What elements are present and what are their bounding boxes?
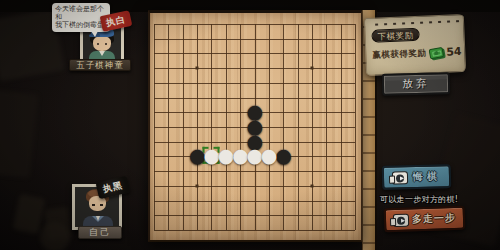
reward-label: 赢棋获得奖励 — [372, 47, 426, 61]
grid-line-vertical — [326, 24, 327, 230]
play-triangle-icon — [400, 219, 404, 223]
grid-line-horizontal — [154, 201, 355, 202]
star-point — [310, 184, 313, 187]
star-point — [196, 67, 199, 70]
grid-line-vertical — [341, 24, 342, 230]
give-up-button[interactable]: 放弃 — [382, 72, 450, 95]
gomoku-board[interactable]: ●●●●●●●●●● — [148, 10, 362, 242]
grid-line-horizontal — [154, 171, 355, 172]
reward-title-badge: 下棋奖励 — [371, 28, 420, 43]
play-triangle-icon — [399, 176, 403, 180]
tv-play-icon — [393, 213, 409, 227]
reward-note: 下棋奖励 赢棋获得奖励 54 — [364, 14, 466, 76]
grid-line-vertical — [312, 24, 313, 230]
avatar-face — [93, 36, 111, 51]
speech-line-2: 我下棋的倒霉蛋 — [55, 21, 107, 29]
white-stone: ● — [261, 148, 277, 164]
reward-amount: 54 — [446, 45, 462, 59]
speech-line-1: 今天谁会是那个和 — [55, 5, 107, 21]
torn-holes-decoration — [372, 19, 460, 27]
extra-step-button-label: 多走一步 — [412, 211, 456, 227]
grid-line-horizontal — [154, 186, 355, 187]
extra-step-hint: 可以走一步对方的棋! — [380, 194, 466, 205]
background-paper — [0, 90, 38, 178]
reward-row: 赢棋获得奖励 54 — [372, 45, 462, 62]
player-name-plaque: 自己 — [78, 226, 122, 239]
game-screen: 今天谁会是那个和 我下棋的倒霉蛋 执白 五子棋神童 执黑 自己 ●●●●●●●●… — [0, 0, 500, 250]
grid-line-vertical — [269, 24, 270, 230]
background-tile — [13, 194, 46, 235]
star-point — [310, 67, 313, 70]
grid-line-vertical — [355, 24, 356, 230]
money-icon — [429, 46, 445, 58]
board-grid[interactable]: ●●●●●●●●●● — [154, 24, 355, 230]
extra-step-button[interactable]: 多走一步 — [384, 206, 466, 233]
background-tile — [40, 222, 70, 250]
grid-line-vertical — [298, 24, 299, 230]
plays-black-seal: 执黑 — [95, 176, 130, 200]
grid-line-horizontal — [154, 230, 355, 231]
tv-play-icon — [392, 171, 408, 184]
undo-move-button[interactable]: 悔棋 — [382, 164, 452, 190]
undo-button-label: 悔棋 — [413, 169, 441, 184]
grid-line-horizontal — [154, 215, 355, 216]
opponent-name-plaque: 五子棋神童 — [69, 59, 131, 71]
grid-line-vertical — [283, 24, 284, 230]
star-point — [196, 184, 199, 187]
